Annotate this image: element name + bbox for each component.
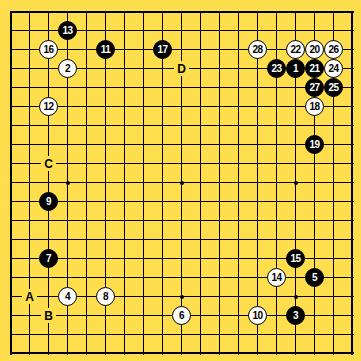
stone-number: 23 — [271, 64, 281, 74]
stone-r16[interactable]: 21 — [305, 59, 324, 78]
star-point — [294, 295, 298, 299]
star-point — [180, 181, 184, 185]
grid-line — [238, 11, 239, 355]
stone-c6[interactable]: 7 — [39, 249, 58, 268]
grid-line — [10, 220, 354, 221]
stone-o17[interactable]: 28 — [248, 40, 267, 59]
stone-r17[interactable]: 20 — [305, 40, 324, 59]
stone-number: 15 — [290, 254, 300, 264]
stone-s17[interactable]: 26 — [324, 40, 343, 59]
stone-q6[interactable]: 15 — [286, 249, 305, 268]
grid-line — [10, 11, 12, 355]
grid-line — [124, 11, 125, 355]
stone-d4[interactable]: 4 — [58, 287, 77, 306]
stone-number: 14 — [271, 273, 281, 283]
stone-o3[interactable]: 10 — [248, 306, 267, 325]
stone-number: 19 — [309, 140, 319, 150]
stone-number: 11 — [101, 45, 111, 55]
star-point — [66, 181, 70, 185]
stone-number: 25 — [328, 83, 338, 93]
stone-r15[interactable]: 27 — [305, 78, 324, 97]
stone-j17[interactable]: 17 — [153, 40, 172, 59]
grid-line — [10, 352, 354, 354]
stone-number: 13 — [62, 26, 72, 36]
stone-s16[interactable]: 24 — [324, 59, 343, 78]
grid-line — [10, 11, 354, 13]
label-d[interactable]: D — [174, 61, 189, 76]
star-point — [180, 295, 184, 299]
grid-line — [200, 11, 201, 355]
stone-number: 22 — [290, 45, 300, 55]
stone-number: 5 — [312, 273, 317, 283]
stone-number: 18 — [309, 102, 319, 112]
stone-c9[interactable]: 9 — [39, 192, 58, 211]
stone-number: 26 — [328, 45, 338, 55]
star-point — [294, 181, 298, 185]
stone-d18[interactable]: 13 — [58, 21, 77, 40]
stone-number: 9 — [46, 197, 51, 207]
grid-line — [10, 144, 354, 145]
stone-c17[interactable]: 16 — [39, 40, 58, 59]
stone-number: 3 — [293, 311, 298, 321]
grid-line — [86, 11, 87, 355]
go-board[interactable]: ABCD123456789101112131415161718192021222… — [0, 0, 361, 361]
grid-line — [10, 163, 354, 164]
stone-number: 10 — [252, 311, 262, 321]
stone-number: 20 — [309, 45, 319, 55]
grid-line — [10, 106, 354, 107]
stone-q16[interactable]: 1 — [286, 59, 305, 78]
stone-p16[interactable]: 23 — [267, 59, 286, 78]
stone-number: 6 — [179, 311, 184, 321]
stone-number: 24 — [328, 64, 338, 74]
stone-f17[interactable]: 11 — [96, 40, 115, 59]
stone-number: 27 — [309, 83, 319, 93]
stone-number: 16 — [43, 45, 53, 55]
stone-number: 7 — [46, 254, 51, 264]
grid-line — [10, 87, 354, 88]
grid-line — [351, 11, 353, 355]
grid-line — [10, 125, 354, 126]
stone-r14[interactable]: 18 — [305, 97, 324, 116]
grid-line — [143, 11, 144, 355]
stone-number: 28 — [252, 45, 262, 55]
grid-line — [10, 277, 354, 278]
grid-line — [219, 11, 220, 355]
stone-number: 12 — [43, 102, 53, 112]
stone-f4[interactable]: 8 — [96, 287, 115, 306]
stone-r5[interactable]: 5 — [305, 268, 324, 287]
label-b[interactable]: B — [41, 308, 56, 323]
stone-c14[interactable]: 12 — [39, 97, 58, 116]
stone-d16[interactable]: 2 — [58, 59, 77, 78]
grid-line — [48, 11, 49, 355]
stone-number: 8 — [103, 292, 108, 302]
label-c[interactable]: C — [41, 156, 56, 171]
grid-line — [10, 239, 354, 240]
stone-number: 4 — [65, 292, 70, 302]
stone-s15[interactable]: 25 — [324, 78, 343, 97]
stone-p5[interactable]: 14 — [267, 268, 286, 287]
grid-line — [162, 11, 163, 355]
stone-number: 1 — [293, 64, 298, 74]
grid-line — [257, 11, 258, 355]
stone-q17[interactable]: 22 — [286, 40, 305, 59]
label-a[interactable]: A — [22, 289, 37, 304]
grid-line — [10, 334, 354, 335]
stone-number: 17 — [157, 45, 167, 55]
stone-number: 2 — [65, 64, 70, 74]
stone-q3[interactable]: 3 — [286, 306, 305, 325]
stone-number: 21 — [309, 64, 319, 74]
grid-line — [10, 201, 354, 202]
stone-r12[interactable]: 19 — [305, 135, 324, 154]
stone-k3[interactable]: 6 — [172, 306, 191, 325]
